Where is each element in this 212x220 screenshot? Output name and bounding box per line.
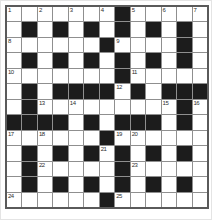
cell-r5c6[interactable] <box>84 69 98 83</box>
clue-number-17: 17 <box>8 131 14 138</box>
cell-r4c6 <box>84 53 98 67</box>
clue-number-8: 8 <box>8 38 11 45</box>
cell-r10c11[interactable] <box>162 146 176 160</box>
cell-r13c13[interactable] <box>193 193 207 207</box>
cell-r11c10[interactable] <box>146 162 160 176</box>
cell-r12c12 <box>177 177 191 191</box>
cell-r4c9[interactable] <box>131 53 145 67</box>
cell-r3c12 <box>177 38 191 52</box>
clue-number-21: 21 <box>101 146 107 153</box>
cell-r9c6[interactable] <box>84 131 98 145</box>
cell-r8c5[interactable] <box>69 115 83 129</box>
cell-r9c12[interactable] <box>177 131 191 145</box>
cell-r10c8 <box>115 146 129 160</box>
clue-number-12: 12 <box>116 84 122 91</box>
cell-r8c9 <box>131 115 145 129</box>
cell-r8c10 <box>146 115 160 129</box>
cell-r7c7[interactable] <box>100 100 114 114</box>
cell-r5c10[interactable] <box>146 69 160 83</box>
clue-number-23: 23 <box>132 162 138 169</box>
cell-r4c8 <box>115 53 129 67</box>
cell-r6c4 <box>53 84 67 98</box>
cell-r7c11[interactable]: 15 <box>162 100 176 114</box>
cell-r3c5[interactable] <box>69 38 83 52</box>
cell-r5c2[interactable] <box>22 69 36 83</box>
cell-r9c7 <box>100 131 114 145</box>
cell-r3c6[interactable] <box>84 38 98 52</box>
cell-r10c1[interactable] <box>7 146 21 160</box>
cell-r5c13[interactable] <box>193 69 207 83</box>
cell-r1c12[interactable] <box>177 7 191 21</box>
cell-r13c11[interactable] <box>162 193 176 207</box>
cell-r7c8[interactable] <box>115 100 129 114</box>
cell-r6c6 <box>84 84 98 98</box>
cell-r7c5[interactable]: 14 <box>69 100 83 114</box>
cell-r1c2[interactable] <box>22 7 36 21</box>
clue-number-20: 20 <box>132 131 138 138</box>
cell-r10c10 <box>146 146 160 160</box>
cell-r12c13[interactable] <box>193 177 207 191</box>
cell-r11c7[interactable] <box>100 162 114 176</box>
cell-r11c4[interactable] <box>53 162 67 176</box>
cell-r8c7[interactable] <box>100 115 114 129</box>
clue-number-5: 5 <box>132 7 135 14</box>
clue-number-24: 24 <box>8 193 14 200</box>
cell-r2c10 <box>146 22 160 36</box>
cell-r12c4 <box>53 177 67 191</box>
clue-number-15: 15 <box>163 100 169 107</box>
cell-r13c8[interactable]: 25 <box>115 193 129 207</box>
cell-r9c4[interactable] <box>53 131 67 145</box>
cell-r2c8 <box>115 22 129 36</box>
cell-r2c2 <box>22 22 36 36</box>
cell-r8c6 <box>84 115 98 129</box>
cell-r6c2 <box>22 84 36 98</box>
cell-r11c3[interactable]: 22 <box>38 162 52 176</box>
cell-r12c9[interactable] <box>131 177 145 191</box>
cell-r4c3[interactable] <box>38 53 52 67</box>
cell-r2c13[interactable] <box>193 22 207 36</box>
cell-r8c8 <box>115 115 129 129</box>
crossword-page: 1234567891011121314151617181920212223242… <box>0 0 212 220</box>
cell-r13c6[interactable] <box>84 193 98 207</box>
crossword-grid: 1234567891011121314151617181920212223242… <box>5 5 209 209</box>
cell-r6c3[interactable] <box>38 84 52 98</box>
cell-r4c10 <box>146 53 160 67</box>
cell-r2c7[interactable] <box>100 22 114 36</box>
clue-number-10: 10 <box>8 69 14 76</box>
cell-r1c4[interactable] <box>53 7 67 21</box>
cell-r2c11[interactable] <box>162 22 176 36</box>
clue-number-13: 13 <box>39 100 45 107</box>
cell-r5c11[interactable] <box>162 69 176 83</box>
clue-number-19: 19 <box>116 131 122 138</box>
cell-r10c3[interactable] <box>38 146 52 160</box>
cell-r2c3[interactable] <box>38 22 52 36</box>
cell-r1c6[interactable] <box>84 7 98 21</box>
cell-r9c1[interactable]: 17 <box>7 131 21 145</box>
cell-r5c1[interactable]: 10 <box>7 69 21 83</box>
cell-r11c2 <box>22 162 36 176</box>
cell-r9c8[interactable]: 19 <box>115 131 129 145</box>
cell-r5c4[interactable] <box>53 69 67 83</box>
cell-r4c1[interactable] <box>7 53 21 67</box>
cell-r12c11[interactable] <box>162 177 176 191</box>
cell-r13c7 <box>100 193 114 207</box>
cell-r10c7[interactable]: 21 <box>100 146 114 160</box>
cell-r5c5[interactable] <box>69 69 83 83</box>
cell-r12c8 <box>115 177 129 191</box>
cell-r6c11 <box>162 84 176 98</box>
cell-r4c2 <box>22 53 36 67</box>
cell-r10c13[interactable] <box>193 146 207 160</box>
cell-r12c6 <box>84 177 98 191</box>
cell-r9c3[interactable]: 18 <box>38 131 52 145</box>
cell-r8c4 <box>53 115 67 129</box>
cell-r10c4 <box>53 146 67 160</box>
cell-r11c5[interactable] <box>69 162 83 176</box>
cell-r4c4 <box>53 53 67 67</box>
cell-r8c2 <box>22 115 36 129</box>
cell-r12c10 <box>146 177 160 191</box>
cell-r2c12 <box>177 22 191 36</box>
clue-number-11: 11 <box>132 69 137 76</box>
cell-r2c5[interactable] <box>69 22 83 36</box>
cell-r1c7[interactable]: 4 <box>100 7 114 21</box>
cell-r13c9[interactable] <box>131 193 145 207</box>
cell-r13c5[interactable] <box>69 193 83 207</box>
clue-number-16: 16 <box>194 100 200 107</box>
cell-r6c10[interactable] <box>146 84 160 98</box>
cell-r7c9[interactable] <box>131 100 145 114</box>
clue-number-2: 2 <box>39 7 42 14</box>
clue-number-3: 3 <box>70 7 73 14</box>
cell-r4c13[interactable] <box>193 53 207 67</box>
cell-r9c2[interactable] <box>22 131 36 145</box>
cell-r7c12 <box>177 100 191 114</box>
cell-r13c3[interactable] <box>38 193 52 207</box>
cell-r1c3[interactable]: 2 <box>38 7 52 21</box>
cell-r5c9[interactable]: 11 <box>131 69 145 83</box>
cell-r8c12 <box>177 115 191 129</box>
cell-r12c5[interactable] <box>69 177 83 191</box>
cell-r7c6[interactable] <box>84 100 98 114</box>
cell-r10c5[interactable] <box>69 146 83 160</box>
cell-r7c13[interactable]: 16 <box>193 100 207 114</box>
cell-r10c6 <box>84 146 98 160</box>
cell-r13c12[interactable] <box>177 193 191 207</box>
cell-r13c2[interactable] <box>22 193 36 207</box>
cell-r1c9[interactable]: 5 <box>131 7 145 21</box>
cell-r4c5[interactable] <box>69 53 83 67</box>
cell-r13c4[interactable] <box>53 193 67 207</box>
cell-r7c10[interactable] <box>146 100 160 114</box>
cell-r7c4[interactable] <box>53 100 67 114</box>
cell-r1c8 <box>115 7 129 21</box>
clue-number-22: 22 <box>39 162 45 169</box>
cell-r6c12 <box>177 84 191 98</box>
cell-r11c11[interactable] <box>162 162 176 176</box>
cell-r6c5 <box>69 84 83 98</box>
cell-r10c9[interactable] <box>131 146 145 160</box>
cell-r12c1[interactable] <box>7 177 21 191</box>
cell-r11c8 <box>115 162 129 176</box>
cell-r6c1[interactable] <box>7 84 21 98</box>
cell-r4c12 <box>177 53 191 67</box>
cell-r8c3 <box>38 115 52 129</box>
cell-r11c13[interactable] <box>193 162 207 176</box>
cell-r5c7[interactable] <box>100 69 114 83</box>
cell-r13c1[interactable]: 24 <box>7 193 21 207</box>
cell-r13c10[interactable] <box>146 193 160 207</box>
cell-r7c1[interactable] <box>7 100 21 114</box>
cell-r2c1[interactable] <box>7 22 21 36</box>
cell-r9c9[interactable]: 20 <box>131 131 145 145</box>
clue-number-6: 6 <box>163 7 166 14</box>
cell-r5c12[interactable] <box>177 69 191 83</box>
cell-r12c2 <box>22 177 36 191</box>
cell-r1c10[interactable] <box>146 7 160 21</box>
clue-number-7: 7 <box>194 7 197 14</box>
cell-r1c11[interactable]: 6 <box>162 7 176 21</box>
clue-number-18: 18 <box>39 131 45 138</box>
cell-r5c3[interactable] <box>38 69 52 83</box>
cell-r8c1 <box>7 115 21 129</box>
cell-r3c13[interactable] <box>193 38 207 52</box>
cell-r2c4 <box>53 22 67 36</box>
cell-r7c3[interactable]: 13 <box>38 100 52 114</box>
cell-r1c13[interactable]: 7 <box>193 7 207 21</box>
cell-r3c3[interactable] <box>38 38 52 52</box>
cell-r10c12 <box>177 146 191 160</box>
cell-r3c11[interactable] <box>162 38 176 52</box>
cell-r11c1[interactable] <box>7 162 21 176</box>
clue-number-1: 1 <box>8 7 11 14</box>
cell-r3c7 <box>100 38 114 52</box>
cell-r9c5[interactable] <box>69 131 83 145</box>
cell-r6c13 <box>193 84 207 98</box>
cell-r5c8 <box>115 69 129 83</box>
cell-r3c1[interactable]: 8 <box>7 38 21 52</box>
cell-r3c9[interactable] <box>131 38 145 52</box>
clue-number-14: 14 <box>70 100 76 107</box>
cell-r12c3[interactable] <box>38 177 52 191</box>
cell-r6c8[interactable]: 12 <box>115 84 129 98</box>
clue-number-9: 9 <box>116 38 119 45</box>
cell-r8c13[interactable] <box>193 115 207 129</box>
cell-r11c12[interactable] <box>177 162 191 176</box>
cell-r9c13[interactable] <box>193 131 207 145</box>
cell-r9c10[interactable] <box>146 131 160 145</box>
cell-r3c8[interactable]: 9 <box>115 38 129 52</box>
cell-r3c2[interactable] <box>22 38 36 52</box>
cell-r6c9 <box>131 84 145 98</box>
cell-r3c4[interactable] <box>53 38 67 52</box>
cell-r8c11[interactable] <box>162 115 176 129</box>
cell-r6c7 <box>100 84 114 98</box>
cell-r9c11[interactable] <box>162 131 176 145</box>
cell-r11c9[interactable]: 23 <box>131 162 145 176</box>
cell-r4c7[interactable] <box>100 53 114 67</box>
cell-r2c6 <box>84 22 98 36</box>
clue-number-4: 4 <box>101 7 104 14</box>
cell-r10c2 <box>22 146 36 160</box>
cell-r3c10[interactable] <box>146 38 160 52</box>
cell-r4c11[interactable] <box>162 53 176 67</box>
cell-r7c2 <box>22 100 36 114</box>
cell-r11c6[interactable] <box>84 162 98 176</box>
cell-r2c9[interactable] <box>131 22 145 36</box>
cell-r12c7[interactable] <box>100 177 114 191</box>
cell-r1c5[interactable]: 3 <box>69 7 83 21</box>
cell-r1c1[interactable]: 1 <box>7 7 21 21</box>
clue-number-25: 25 <box>116 193 122 200</box>
